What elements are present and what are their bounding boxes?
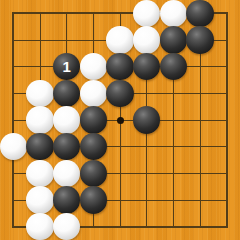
board-cell[interactable] [0, 213, 27, 240]
board-cell[interactable] [80, 213, 107, 240]
white-stone [106, 26, 134, 54]
black-stone [80, 160, 108, 188]
board-cell[interactable] [27, 133, 54, 160]
black-stone [133, 106, 161, 134]
board-cell[interactable] [27, 27, 54, 54]
black-stone [80, 106, 108, 134]
board-cell[interactable] [213, 133, 240, 160]
board-cell[interactable] [80, 0, 107, 27]
board-cell[interactable] [213, 187, 240, 214]
board-cell[interactable] [187, 0, 214, 27]
board-cell[interactable] [107, 133, 134, 160]
board-cell[interactable] [187, 160, 214, 187]
black-stone [106, 80, 134, 108]
white-stone [53, 160, 81, 188]
white-stone [0, 133, 27, 161]
board-cell[interactable] [133, 80, 160, 107]
board-cell[interactable] [53, 107, 80, 134]
black-stone [160, 26, 188, 54]
black-stone [186, 0, 214, 27]
board-cell[interactable] [53, 27, 80, 54]
black-stone [53, 186, 81, 214]
black-stone [80, 186, 108, 214]
board-cell[interactable] [107, 53, 134, 80]
black-stone [106, 53, 134, 81]
board-cell[interactable] [133, 53, 160, 80]
board-cell[interactable] [160, 0, 187, 27]
board-cell[interactable] [80, 187, 107, 214]
board-cell[interactable] [187, 133, 214, 160]
board-cell[interactable] [27, 187, 54, 214]
board-cell[interactable] [187, 27, 214, 54]
board-cell[interactable] [53, 0, 80, 27]
board-cell[interactable] [80, 133, 107, 160]
board-cell[interactable] [0, 0, 27, 27]
board-cell[interactable] [0, 107, 27, 134]
board-cell[interactable] [107, 213, 134, 240]
board-cell[interactable] [80, 27, 107, 54]
board-cell[interactable] [107, 160, 134, 187]
board-cell[interactable] [0, 187, 27, 214]
board-cell[interactable] [27, 53, 54, 80]
board-cell[interactable] [53, 160, 80, 187]
board-cell[interactable] [53, 213, 80, 240]
white-stone [26, 106, 54, 134]
board-cell[interactable] [27, 107, 54, 134]
board-cell[interactable] [107, 107, 134, 134]
board-cell[interactable] [27, 80, 54, 107]
black-stone [133, 53, 161, 81]
white-stone [133, 26, 161, 54]
board-cell[interactable] [133, 0, 160, 27]
board-cell[interactable] [187, 107, 214, 134]
board-cell[interactable] [0, 53, 27, 80]
board-cell[interactable] [80, 80, 107, 107]
board-cell[interactable] [107, 27, 134, 54]
white-stone [80, 80, 108, 108]
go-board[interactable]: 1 [0, 0, 240, 240]
board-cell[interactable] [133, 160, 160, 187]
board-cell[interactable] [80, 107, 107, 134]
black-stone [186, 26, 214, 54]
board-cell[interactable] [0, 133, 27, 160]
white-stone [26, 160, 54, 188]
board-cell[interactable] [160, 53, 187, 80]
board-cell[interactable] [213, 80, 240, 107]
board-cell[interactable] [160, 160, 187, 187]
board-cell[interactable] [80, 53, 107, 80]
black-stone [53, 80, 81, 108]
black-stone [160, 53, 188, 81]
white-stone [80, 53, 108, 81]
board-cell[interactable] [133, 133, 160, 160]
board-cell[interactable] [107, 80, 134, 107]
board-cell[interactable] [160, 107, 187, 134]
white-stone [26, 213, 54, 240]
board-cell[interactable] [160, 133, 187, 160]
board-cell[interactable] [187, 187, 214, 214]
white-stone [160, 0, 188, 27]
white-stone [53, 213, 81, 240]
board-cell[interactable] [213, 213, 240, 240]
board-cell[interactable] [213, 53, 240, 80]
board-cell[interactable] [107, 187, 134, 214]
black-stone [80, 133, 108, 161]
board-cell[interactable] [213, 27, 240, 54]
black-stone [53, 133, 81, 161]
board-cell[interactable] [27, 213, 54, 240]
board-cell[interactable] [53, 133, 80, 160]
board-grid: 1 [0, 0, 240, 240]
white-stone [26, 80, 54, 108]
board-cell[interactable]: 1 [53, 53, 80, 80]
board-cell[interactable] [53, 80, 80, 107]
board-cell[interactable] [133, 27, 160, 54]
board-cell[interactable] [0, 80, 27, 107]
board-cell[interactable] [213, 0, 240, 27]
board-cell[interactable] [133, 107, 160, 134]
board-cell[interactable] [160, 27, 187, 54]
board-cell[interactable] [80, 160, 107, 187]
black-stone [26, 133, 54, 161]
board-cell[interactable] [160, 187, 187, 214]
board-cell[interactable] [53, 187, 80, 214]
board-cell[interactable] [213, 107, 240, 134]
black-stone: 1 [53, 53, 81, 81]
board-cell[interactable] [187, 53, 214, 80]
white-stone [133, 0, 161, 27]
white-stone [26, 186, 54, 214]
board-cell[interactable] [160, 80, 187, 107]
board-cell[interactable] [133, 213, 160, 240]
board-cell[interactable] [27, 0, 54, 27]
board-cell[interactable] [0, 27, 27, 54]
board-cell[interactable] [107, 0, 134, 27]
board-cell[interactable] [160, 213, 187, 240]
board-cell[interactable] [187, 213, 214, 240]
board-cell[interactable] [0, 160, 27, 187]
white-stone [53, 106, 81, 134]
board-cell[interactable] [133, 187, 160, 214]
move-number-label: 1 [62, 59, 70, 74]
board-cell[interactable] [27, 160, 54, 187]
board-cell[interactable] [213, 160, 240, 187]
board-cell[interactable] [187, 80, 214, 107]
